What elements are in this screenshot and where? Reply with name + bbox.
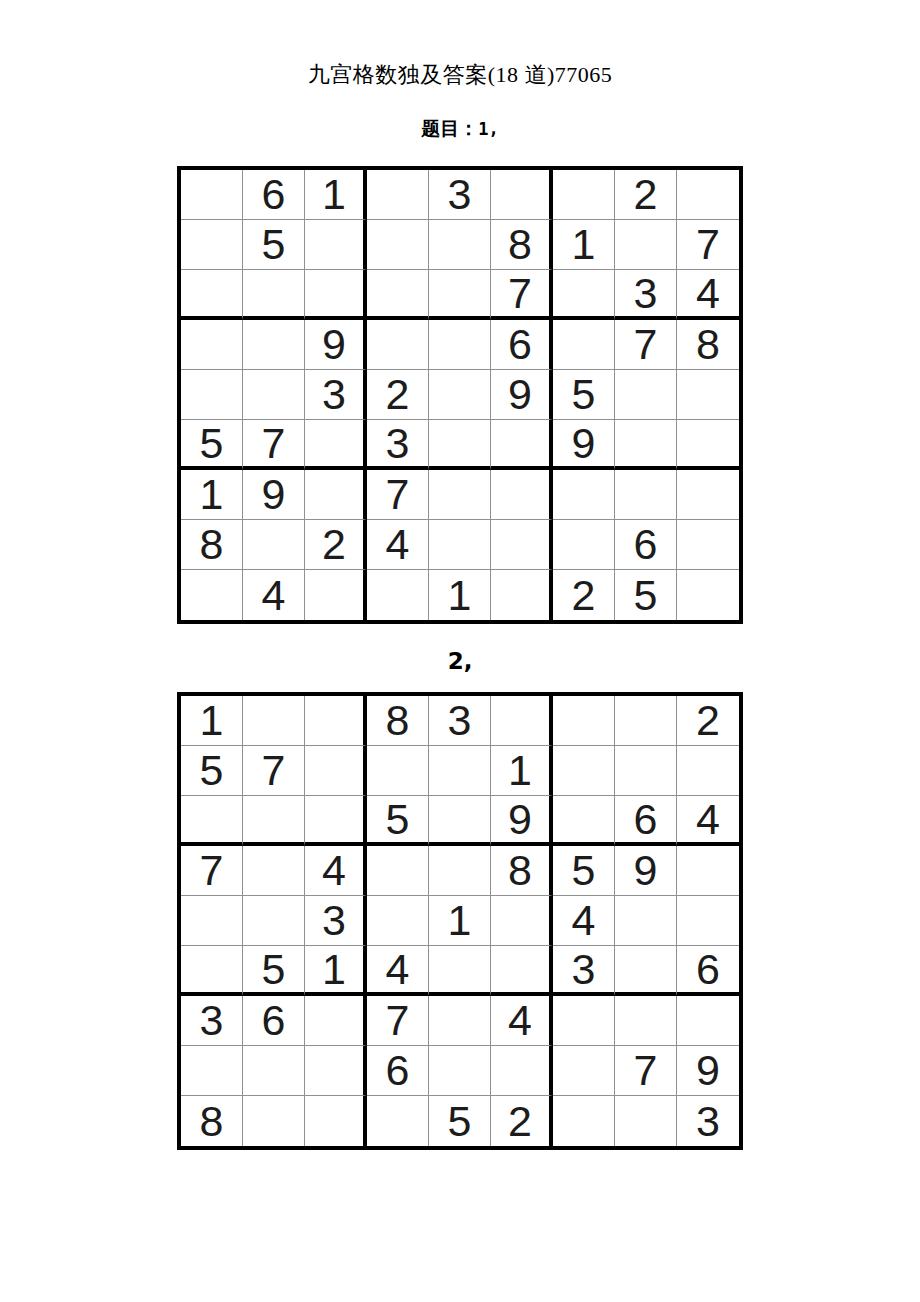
sudoku-cell-r3c3: [305, 796, 367, 846]
sudoku-cell-r6c4: 3: [367, 420, 429, 470]
sudoku-cell-r9c4: [367, 1096, 429, 1146]
sudoku-cell-r9c7: 2: [553, 570, 615, 620]
sudoku-cell-r2c7: 1: [553, 220, 615, 270]
sudoku-cell-r5c2: [243, 370, 305, 420]
sudoku-cell-r1c4: [367, 170, 429, 220]
sudoku-cell-r2c8: [615, 220, 677, 270]
sudoku-cell-r3c9: 4: [677, 796, 739, 846]
sudoku-cell-r2c4: [367, 746, 429, 796]
sudoku-cell-r8c4: 6: [367, 1046, 429, 1096]
sudoku-cell-r7c3: [305, 996, 367, 1046]
sudoku-cell-r1c8: 2: [615, 170, 677, 220]
sudoku-cell-r5c1: [181, 896, 243, 946]
sudoku-cell-r2c2: 5: [243, 220, 305, 270]
sudoku-cell-r8c2: [243, 520, 305, 570]
sudoku-cell-r3c1: [181, 270, 243, 320]
sudoku-cell-r3c4: 5: [367, 796, 429, 846]
sudoku-cell-r1c6: [491, 170, 553, 220]
sudoku-cell-r3c7: [553, 796, 615, 846]
sudoku-cell-r6c6: [491, 946, 553, 996]
sudoku-cell-r2c5: [429, 746, 491, 796]
sudoku-cell-r8c6: [491, 1046, 553, 1096]
sudoku-cell-r9c3: [305, 570, 367, 620]
sudoku-cell-r4c6: 6: [491, 320, 553, 370]
sudoku-cell-r2c2: 7: [243, 746, 305, 796]
sudoku-cell-r5c7: 4: [553, 896, 615, 946]
sudoku-cell-r7c1: 1: [181, 470, 243, 520]
sudoku-cell-r1c6: [491, 696, 553, 746]
sudoku-cell-r3c8: 3: [615, 270, 677, 320]
sudoku-cell-r7c5: [429, 470, 491, 520]
sudoku-cell-r4c3: 9: [305, 320, 367, 370]
sudoku-cell-r4c8: 9: [615, 846, 677, 896]
puzzle-caption-prefix: 题目：: [421, 117, 478, 139]
sudoku-cell-r6c8: [615, 420, 677, 470]
sudoku-cell-r8c3: [305, 1046, 367, 1096]
sudoku-cell-r9c1: 8: [181, 1096, 243, 1146]
sudoku-cell-r9c2: [243, 1096, 305, 1146]
sudoku-cell-r5c9: [677, 896, 739, 946]
sudoku-cell-r6c2: 7: [243, 420, 305, 470]
sudoku-cell-r2c3: [305, 746, 367, 796]
sudoku-cell-r1c8: [615, 696, 677, 746]
sudoku-cell-r3c7: [553, 270, 615, 320]
sudoku-cell-r8c5: [429, 1046, 491, 1096]
sudoku-cell-r5c6: 9: [491, 370, 553, 420]
sudoku-cell-r1c5: 3: [429, 170, 491, 220]
sudoku-cell-r5c8: [615, 370, 677, 420]
document-page: 九宫格数独及答案(18 道)77065 题目：1, 61325817734967…: [0, 0, 920, 1302]
sudoku-cell-r7c2: 9: [243, 470, 305, 520]
sudoku-cell-r4c4: [367, 846, 429, 896]
sudoku-cell-r7c1: 3: [181, 996, 243, 1046]
sudoku-cell-r6c7: 3: [553, 946, 615, 996]
sudoku-cell-r4c9: 8: [677, 320, 739, 370]
sudoku-cell-r5c6: [491, 896, 553, 946]
sudoku-cell-r1c7: [553, 696, 615, 746]
sudoku-cell-r2c5: [429, 220, 491, 270]
sudoku-cell-r1c5: 3: [429, 696, 491, 746]
sudoku-cell-r6c1: 5: [181, 420, 243, 470]
sudoku-cell-r1c9: 2: [677, 696, 739, 746]
sudoku-cell-r8c9: [677, 520, 739, 570]
sudoku-cell-r9c6: [491, 570, 553, 620]
sudoku-cell-r8c1: 8: [181, 520, 243, 570]
sudoku-cell-r1c9: [677, 170, 739, 220]
sudoku-cell-r3c9: 4: [677, 270, 739, 320]
sudoku-cell-r2c1: 5: [181, 746, 243, 796]
sudoku-cell-r7c6: 4: [491, 996, 553, 1046]
sudoku-cell-r2c4: [367, 220, 429, 270]
sudoku-cell-r1c3: 1: [305, 170, 367, 220]
sudoku-cell-r7c8: [615, 996, 677, 1046]
sudoku-cell-r3c6: 9: [491, 796, 553, 846]
sudoku-cell-r8c3: 2: [305, 520, 367, 570]
sudoku-cell-r4c3: 4: [305, 846, 367, 896]
sudoku-cell-r7c6: [491, 470, 553, 520]
sudoku-cell-r3c3: [305, 270, 367, 320]
sudoku-cell-r4c2: [243, 846, 305, 896]
sudoku-cell-r2c3: [305, 220, 367, 270]
sudoku-cell-r9c5: 5: [429, 1096, 491, 1146]
sudoku-cell-r3c2: [243, 270, 305, 320]
sudoku-grid-1: 6132581773496783295573919782464125: [177, 166, 743, 624]
sudoku-cell-r7c9: [677, 996, 739, 1046]
sudoku-cell-r9c3: [305, 1096, 367, 1146]
sudoku-cell-r4c7: [553, 320, 615, 370]
sudoku-cell-r5c2: [243, 896, 305, 946]
sudoku-cell-r3c8: 6: [615, 796, 677, 846]
sudoku-cell-r8c6: [491, 520, 553, 570]
sudoku-cell-r6c8: [615, 946, 677, 996]
sudoku-cell-r2c9: 7: [677, 220, 739, 270]
sudoku-cell-r1c2: 6: [243, 170, 305, 220]
sudoku-cell-r2c6: 1: [491, 746, 553, 796]
sudoku-cell-r7c9: [677, 470, 739, 520]
sudoku-cell-r6c3: [305, 420, 367, 470]
sudoku-cell-r2c1: [181, 220, 243, 270]
sudoku-cell-r9c8: 5: [615, 570, 677, 620]
sudoku-cell-r4c2: [243, 320, 305, 370]
sudoku-cell-r8c5: [429, 520, 491, 570]
sudoku-cell-r3c2: [243, 796, 305, 846]
sudoku-cell-r1c4: 8: [367, 696, 429, 746]
sudoku-cell-r1c7: [553, 170, 615, 220]
sudoku-cell-r5c5: 1: [429, 896, 491, 946]
sudoku-cell-r8c2: [243, 1046, 305, 1096]
sudoku-cell-r9c9: 3: [677, 1096, 739, 1146]
sudoku-cell-r5c9: [677, 370, 739, 420]
page-title: 九宫格数独及答案(18 道)77065: [308, 60, 613, 90]
sudoku-cell-r7c8: [615, 470, 677, 520]
sudoku-cell-r6c4: 4: [367, 946, 429, 996]
sudoku-grid-2: 18325715964748593145143636746798523: [177, 692, 743, 1150]
sudoku-cell-r6c1: [181, 946, 243, 996]
sudoku-cell-r5c7: 5: [553, 370, 615, 420]
sudoku-cell-r9c1: [181, 570, 243, 620]
sudoku-cell-r5c4: 2: [367, 370, 429, 420]
sudoku-cell-r9c8: [615, 1096, 677, 1146]
sudoku-cell-r8c4: 4: [367, 520, 429, 570]
sudoku-cell-r2c8: [615, 746, 677, 796]
sudoku-cell-r3c6: 7: [491, 270, 553, 320]
sudoku-cell-r7c3: [305, 470, 367, 520]
sudoku-cell-r2c7: [553, 746, 615, 796]
sudoku-cell-r4c5: [429, 320, 491, 370]
sudoku-cell-r7c4: 7: [367, 470, 429, 520]
sudoku-cell-r5c5: [429, 370, 491, 420]
sudoku-cell-r8c7: [553, 520, 615, 570]
sudoku-cell-r4c1: [181, 320, 243, 370]
sudoku-cell-r6c9: 6: [677, 946, 739, 996]
sudoku-cell-r5c3: 3: [305, 896, 367, 946]
sudoku-cell-r8c7: [553, 1046, 615, 1096]
sudoku-cell-r7c5: [429, 996, 491, 1046]
sudoku-cell-r4c6: 8: [491, 846, 553, 896]
sudoku-cell-r9c9: [677, 570, 739, 620]
sudoku-cell-r6c5: [429, 420, 491, 470]
sudoku-cell-r1c3: [305, 696, 367, 746]
sudoku-cell-r4c5: [429, 846, 491, 896]
sudoku-cell-r9c2: 4: [243, 570, 305, 620]
sudoku-cell-r9c7: [553, 1096, 615, 1146]
sudoku-cell-r6c6: [491, 420, 553, 470]
sudoku-cell-r7c7: [553, 996, 615, 1046]
sudoku-cell-r4c7: 5: [553, 846, 615, 896]
sudoku-cell-r2c6: 8: [491, 220, 553, 270]
sudoku-cell-r1c1: [181, 170, 243, 220]
sudoku-cell-r8c9: 9: [677, 1046, 739, 1096]
sudoku-cell-r3c1: [181, 796, 243, 846]
sudoku-cell-r5c8: [615, 896, 677, 946]
sudoku-cell-r4c9: [677, 846, 739, 896]
sudoku-cell-r9c6: 2: [491, 1096, 553, 1146]
sudoku-cell-r5c4: [367, 896, 429, 946]
sudoku-cell-r8c1: [181, 1046, 243, 1096]
sudoku-cell-r7c4: 7: [367, 996, 429, 1046]
sudoku-cell-r6c5: [429, 946, 491, 996]
sudoku-cell-r6c3: 1: [305, 946, 367, 996]
sudoku-cell-r4c4: [367, 320, 429, 370]
puzzle-1-number: 1,: [478, 119, 498, 139]
sudoku-cell-r4c8: 7: [615, 320, 677, 370]
sudoku-cell-r3c5: [429, 270, 491, 320]
sudoku-cell-r9c5: 1: [429, 570, 491, 620]
sudoku-cell-r1c1: 1: [181, 696, 243, 746]
sudoku-cell-r5c1: [181, 370, 243, 420]
sudoku-cell-r2c9: [677, 746, 739, 796]
sudoku-cell-r7c2: 6: [243, 996, 305, 1046]
sudoku-cell-r1c2: [243, 696, 305, 746]
sudoku-cell-r9c4: [367, 570, 429, 620]
sudoku-cell-r7c7: [553, 470, 615, 520]
sudoku-cell-r6c7: 9: [553, 420, 615, 470]
sudoku-cell-r8c8: 7: [615, 1046, 677, 1096]
sudoku-cell-r6c2: 5: [243, 946, 305, 996]
puzzle-1-caption: 题目：1,: [421, 116, 498, 142]
sudoku-cell-r5c3: 3: [305, 370, 367, 420]
sudoku-cell-r4c1: 7: [181, 846, 243, 896]
sudoku-cell-r3c4: [367, 270, 429, 320]
sudoku-cell-r3c5: [429, 796, 491, 846]
sudoku-cell-r8c8: 6: [615, 520, 677, 570]
sudoku-cell-r6c9: [677, 420, 739, 470]
puzzle-2-number: 2,: [448, 648, 473, 674]
